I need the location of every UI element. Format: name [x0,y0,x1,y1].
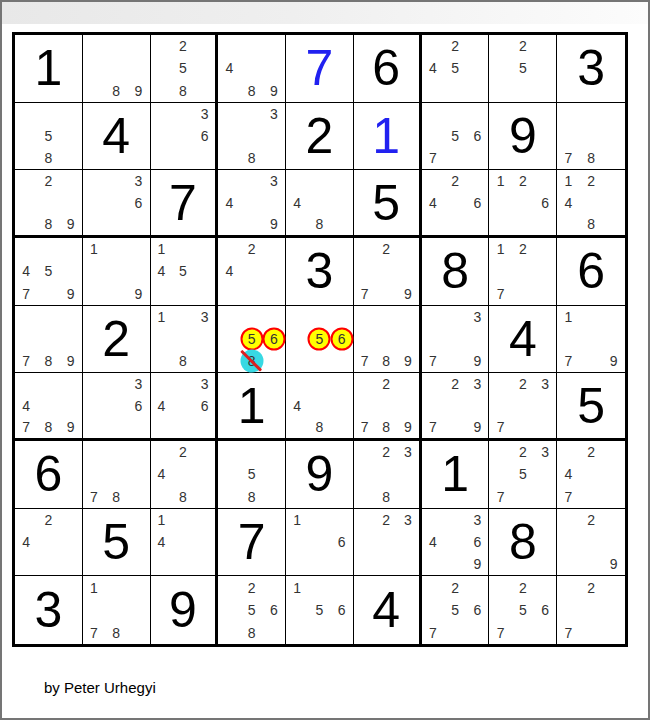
candidate-5: 5 [179,264,187,278]
cell-r2c8[interactable]: 9 [489,103,557,171]
candidate-pos-4 [354,463,376,485]
pencil-marks: 568 [218,306,285,373]
cell-r8c5[interactable]: 16 [286,509,354,577]
candidate-7: 7 [429,151,437,165]
pencil-marks: 127 [489,238,556,305]
cell-r4c3[interactable]: 145 [151,238,219,306]
candidate-8: 8 [179,84,187,98]
candidate-pos-9 [466,213,488,235]
candidate-pos-9 [194,147,216,169]
candidate-7: 7 [361,287,369,301]
cell-r9c9[interactable]: 27 [557,576,625,644]
cell-r3c1[interactable]: 289 [15,170,83,238]
cell-r4c7[interactable]: 8 [422,238,490,306]
candidate-pos-3 [60,238,82,260]
candidate-4: 4 [157,535,165,549]
candidate-pos-2 [241,306,263,328]
candidate-pos-9 [534,282,556,304]
cell-r7c4[interactable]: 58 [218,441,286,509]
candidate-pos-2: 2 [512,170,534,192]
given-digit: 5 [557,373,625,438]
candidate-1: 1 [157,242,165,256]
candidate-pos-2 [105,576,127,599]
candidate-pos-9: 9 [127,79,149,101]
pencil-marks: 38 [218,103,285,170]
cell-r8c3[interactable]: 14 [151,509,219,577]
candidate-pos-7: 7 [15,416,37,438]
candidate-2: 2 [179,39,187,53]
candidate-3: 3 [135,174,143,188]
cell-r8c6[interactable]: 23 [354,509,422,577]
candidate-pos-8: 8 [105,621,127,644]
candidate-pos-2 [375,306,397,328]
candidate-pos-1 [557,103,580,125]
candidate-pos-3: 3 [397,441,419,463]
pencil-marks: 58 [218,441,285,508]
candidate-pos-2 [105,441,127,463]
pencil-marks: 279 [354,238,419,305]
cell-r7c1[interactable]: 6 [15,441,83,509]
given-digit: 3 [286,238,353,305]
candidate-3: 3 [541,445,549,459]
cell-r6c6[interactable]: 2789 [354,373,422,441]
cell-r8c8[interactable]: 8 [489,509,557,577]
candidate-pos-7 [489,79,511,101]
candidate-pos-2 [172,103,194,125]
candidate-3: 3 [404,445,412,459]
candidate-pos-7: 7 [422,350,444,372]
candidate-pos-3 [331,509,353,531]
pencil-marks: 58 [15,103,82,170]
candidate-pos-6 [194,463,216,485]
candidate-6: 6 [270,332,278,346]
candidate-5: 5 [451,603,459,617]
candidate-pos-4: 4 [218,57,240,79]
candidate-pos-6 [397,260,419,282]
candidate-pos-7 [218,485,240,507]
candidate-pos-5: 5 [512,599,534,622]
candidate-pos-3 [602,306,625,328]
candidate-6: 6 [541,603,549,617]
candidate-2: 2 [44,513,52,527]
candidate-pos-2: 2 [580,509,603,531]
candidate-8: 8 [44,151,52,165]
candidate-pos-1 [489,441,511,463]
candidate-9: 9 [135,84,143,98]
candidate-pos-3 [60,306,82,328]
candidate-4: 4 [157,264,165,278]
pencil-marks: 27 [557,576,625,644]
cell-r6c7[interactable]: 2379 [422,373,490,441]
candidate-pos-2: 2 [512,373,534,395]
candidate-pos-3 [60,170,82,192]
cell-r9c8[interactable]: 2567 [489,576,557,644]
candidate-pos-1 [557,441,580,463]
cell-r1c5[interactable]: 7 [286,35,354,103]
candidate-pos-1 [422,103,444,125]
candidate-pos-1 [354,373,376,395]
candidate-pos-3 [263,576,285,599]
pencil-marks: 379 [422,306,489,373]
candidate-pos-6 [60,192,82,214]
candidate-pos-8 [444,147,466,169]
cell-r3c6[interactable]: 5 [354,170,422,238]
candidate-pos-1 [218,35,240,57]
candidate-pos-1 [15,306,37,328]
candidate-pos-5 [105,57,127,79]
candidate-pos-4: 4 [151,260,173,282]
candidate-4: 4 [293,196,301,210]
cell-r6c2[interactable]: 36 [83,373,151,441]
candidate-pos-9 [466,79,488,101]
candidate-5: 5 [316,603,324,617]
cell-r3c5[interactable]: 48 [286,170,354,238]
candidate-pos-1 [83,441,105,463]
given-digit: 8 [422,238,489,305]
cell-r6c1[interactable]: 4789 [15,373,83,441]
cell-r9c2[interactable]: 178 [83,576,151,644]
pencil-marks: 36 [83,373,150,438]
candidate-8: 8 [44,354,52,368]
candidate-pos-6 [194,260,216,282]
candidate-pos-8: 8 [172,79,194,101]
cell-r9c7[interactable]: 2567 [422,576,490,644]
candidate-pos-5 [444,192,466,214]
cell-r1c8[interactable]: 25 [489,35,557,103]
cell-r6c3[interactable]: 346 [151,373,219,441]
candidate-pos-8 [105,282,127,304]
candidate-pos-4 [218,125,240,147]
candidate-pos-5 [241,125,263,147]
candidate-pos-3 [331,306,353,328]
cell-r5c2[interactable]: 2 [83,306,151,374]
candidate-pos-7 [218,282,240,304]
candidate-pos-8 [444,350,466,372]
cell-r2c5[interactable]: 2 [286,103,354,171]
candidate-pos-2: 2 [580,441,603,463]
candidate-pos-7: 7 [83,621,105,644]
cell-r7c6[interactable]: 238 [354,441,422,509]
cell-r4c6[interactable]: 279 [354,238,422,306]
cell-r2c3[interactable]: 36 [151,103,219,171]
candidate-pos-6 [397,395,419,417]
candidate-8: 8 [382,490,390,504]
candidate-pos-2 [241,441,263,463]
candidate-pos-6 [602,328,625,350]
candidate-pos-7 [422,553,444,575]
candidate-pos-6 [397,531,419,553]
candidate-pos-5 [580,125,603,147]
given-digit: 9 [151,576,216,644]
candidate-pos-3 [602,170,625,192]
candidate-pos-5 [375,328,397,350]
candidate-8: 8 [316,420,324,434]
candidate-pos-9 [466,621,488,644]
candidate-pos-2: 2 [512,576,534,599]
cell-r1c7[interactable]: 245 [422,35,490,103]
candidate-pos-1 [15,103,37,125]
cell-r5c8[interactable]: 4 [489,306,557,374]
candidate-pos-6: 6 [194,125,216,147]
candidate-7: 7 [565,151,573,165]
candidate-pos-1 [286,170,308,192]
candidate-pos-3 [194,509,216,531]
cell-r4c2[interactable]: 19 [83,238,151,306]
candidate-pos-8 [105,416,127,438]
cell-r8c4[interactable]: 7 [218,509,286,577]
candidate-pos-7: 7 [489,621,511,644]
cell-r2c1[interactable]: 58 [15,103,83,171]
candidate-pos-5: 5 [172,57,194,79]
pencil-marks: 2567 [489,576,556,644]
candidate-pos-3: 3 [397,509,419,531]
candidate-pos-8 [308,621,330,644]
candidate-pos-5: 5 [444,125,466,147]
candidate-pos-7: 7 [557,147,580,169]
candidate-pos-9 [331,621,353,644]
cell-r5c5[interactable]: 56 [286,306,354,374]
candidate-pos-2: 2 [241,576,263,599]
candidate-pos-7 [286,621,308,644]
candidate-pos-7 [422,79,444,101]
candidate-pos-9 [263,485,285,507]
cell-r7c9[interactable]: 247 [557,441,625,509]
cell-r4c8[interactable]: 127 [489,238,557,306]
candidate-4: 4 [565,196,573,210]
cell-r9c4[interactable]: 2568 [218,576,286,644]
cell-r1c3[interactable]: 258 [151,35,219,103]
candidate-pos-6: 6 [331,531,353,553]
cell-r5c3[interactable]: 138 [151,306,219,374]
candidate-7: 7 [497,420,505,434]
candidate-2: 2 [519,581,527,595]
candidate-5: 5 [248,603,256,617]
candidate-pos-9: 9 [263,79,285,101]
candidate-pos-6 [602,463,625,485]
pencil-marks: 1248 [557,170,625,235]
pencil-marks: 237 [489,373,556,438]
candidate-pos-1 [218,306,240,328]
candidate-pos-1 [354,441,376,463]
candidate-pos-4 [83,260,105,282]
candidate-pos-5 [308,395,330,417]
candidate-pos-8 [580,621,603,644]
candidate-pos-8: 8 [308,416,330,438]
cell-r4c4[interactable]: 24 [218,238,286,306]
candidate-5: 5 [519,603,527,617]
cell-r4c9[interactable]: 6 [557,238,625,306]
cell-r6c9[interactable]: 5 [557,373,625,441]
cell-r2c4[interactable]: 38 [218,103,286,171]
candidate-pos-7: 7 [15,350,37,372]
candidate-pos-9 [534,213,556,235]
candidate-pos-3 [602,441,625,463]
pencil-marks: 138 [151,306,216,373]
candidate-pos-3 [534,238,556,260]
cell-r7c3[interactable]: 248 [151,441,219,509]
candidate-pos-4 [557,531,580,553]
cell-r9c3[interactable]: 9 [151,576,219,644]
cell-r9c1[interactable]: 3 [15,576,83,644]
cell-r2c9[interactable]: 78 [557,103,625,171]
cell-r8c9[interactable]: 29 [557,509,625,577]
candidate-pos-2 [172,238,194,260]
candidate-pos-8 [105,213,127,235]
candidate-pos-5: 5 [172,260,194,282]
candidate-2: 2 [179,445,187,459]
candidate-pos-5 [444,328,466,350]
candidate-pos-5: 5 [241,599,263,622]
candidate-8: 8 [179,354,187,368]
cell-r3c9[interactable]: 1248 [557,170,625,238]
cell-r1c4[interactable]: 489 [218,35,286,103]
candidate-pos-1 [422,373,444,395]
candidate-pos-6: 6 [331,328,353,350]
cell-r3c7[interactable]: 246 [422,170,490,238]
candidate-pos-9: 9 [127,282,149,304]
candidate-pos-9 [602,485,625,507]
cell-r7c2[interactable]: 78 [83,441,151,509]
page: 1892584897624525358436382156797828936734… [0,0,650,720]
candidate-pos-3: 3 [127,373,149,395]
cell-r8c7[interactable]: 3469 [422,509,490,577]
candidate-pos-2 [580,306,603,328]
candidate-3: 3 [135,377,143,391]
candidate-pos-1: 1 [286,576,308,599]
candidate-pos-6 [127,463,149,485]
cell-r4c1[interactable]: 4579 [15,238,83,306]
candidate-pos-9 [534,79,556,101]
cell-r8c1[interactable]: 24 [15,509,83,577]
cell-r7c8[interactable]: 2357 [489,441,557,509]
candidate-pos-6 [534,260,556,282]
cell-r5c9[interactable]: 179 [557,306,625,374]
candidate-pos-5: 5 [512,57,534,79]
candidate-pos-4 [354,531,376,553]
cell-r5c7[interactable]: 379 [422,306,490,374]
cell-r1c9[interactable]: 3 [557,35,625,103]
candidate-pos-6: 6 [331,599,353,622]
candidate-9: 9 [270,217,278,231]
candidate-pos-2 [444,306,466,328]
cell-r1c1[interactable]: 1 [15,35,83,103]
candidate-pos-7 [151,553,173,575]
candidate-pos-1: 1 [489,170,511,192]
candidate-7: 7 [565,354,573,368]
candidate-6: 6 [270,603,278,617]
candidate-7: 7 [90,626,98,640]
cell-r2c6[interactable]: 1 [354,103,422,171]
candidate-pos-3: 3 [194,373,216,395]
cell-r9c5[interactable]: 156 [286,576,354,644]
candidate-pos-7: 7 [422,416,444,438]
given-digit: 5 [83,509,150,576]
candidate-pos-8 [512,416,534,438]
candidate-pos-9: 9 [60,416,82,438]
candidate-pos-3: 3 [263,170,285,192]
top-bar [2,2,648,24]
cell-r6c5[interactable]: 48 [286,373,354,441]
cell-r3c4[interactable]: 349 [218,170,286,238]
candidate-pos-5 [37,328,59,350]
candidate-4: 4 [157,467,165,481]
candidate-pos-8 [444,553,466,575]
cell-r1c2[interactable]: 89 [83,35,151,103]
cell-r3c8[interactable]: 126 [489,170,557,238]
given-digit: 3 [557,35,625,102]
candidate-pos-5: 5 [512,463,534,485]
cell-r6c4[interactable]: 1 [218,373,286,441]
cell-r7c7[interactable]: 1 [422,441,490,509]
cell-r7c5[interactable]: 9 [286,441,354,509]
candidate-pos-3: 3 [194,103,216,125]
candidate-4: 4 [226,61,234,75]
candidate-pos-1 [354,509,376,531]
candidate-pos-3 [60,509,82,531]
candidate-pos-8 [172,282,194,304]
candidate-pos-5 [444,395,466,417]
pencil-marks: 156 [286,576,353,644]
candidate-pos-3: 3 [534,373,556,395]
cell-r2c2[interactable]: 4 [83,103,151,171]
cell-r5c6[interactable]: 789 [354,306,422,374]
candidate-4: 4 [293,399,301,413]
candidate-pos-3 [263,35,285,57]
candidate-7: 7 [22,420,30,434]
candidate-pos-7 [286,350,308,372]
cell-r9c6[interactable]: 4 [354,576,422,644]
candidate-5: 5 [248,467,256,481]
candidate-pos-2: 2 [512,35,534,57]
candidate-pos-6 [60,125,82,147]
pencil-marks: 29 [557,509,625,576]
cell-r5c1[interactable]: 789 [15,306,83,374]
candidate-3: 3 [473,513,481,527]
candidate-pos-6 [331,395,353,417]
candidate-pos-8: 8 [172,350,194,372]
candidate-pos-8: 8 [375,350,397,372]
candidate-pos-2 [308,306,330,328]
candidate-3: 3 [473,310,481,324]
candidate-pos-6 [397,463,419,485]
candidate-pos-7 [286,553,308,575]
cell-r3c3[interactable]: 7 [151,170,219,238]
candidate-pos-2 [37,103,59,125]
cell-r8c2[interactable]: 5 [83,509,151,577]
candidate-9: 9 [473,354,481,368]
candidate-pos-6: 6 [466,125,488,147]
pencil-marks: 789 [354,306,419,373]
candidate-4: 4 [565,467,573,481]
candidate-pos-3 [397,238,419,260]
candidate-8: 8 [179,490,187,504]
candidate-pos-9 [194,485,216,507]
cell-r6c8[interactable]: 237 [489,373,557,441]
cell-r5c4[interactable]: 568 [218,306,286,374]
cell-r1c6[interactable]: 6 [354,35,422,103]
cell-r4c5[interactable]: 3 [286,238,354,306]
candidate-pos-4 [286,531,308,553]
cell-r2c7[interactable]: 567 [422,103,490,171]
cell-r3c2[interactable]: 36 [83,170,151,238]
candidate-pos-4: 4 [218,260,240,282]
candidate-6: 6 [201,399,209,413]
candidate-pos-4 [83,57,105,79]
candidate-pos-4 [286,599,308,622]
candidate-pos-3 [194,238,216,260]
pencil-marks: 56 [286,306,353,373]
pencil-marks: 126 [489,170,556,235]
